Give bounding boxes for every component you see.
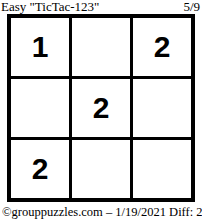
cell-r1c3[interactable]: 2: [133, 18, 191, 76]
progress-counter: 5/9: [183, 1, 200, 13]
cell-r3c3[interactable]: [133, 140, 191, 198]
cell-r2c3[interactable]: [133, 79, 191, 137]
cell-r3c2[interactable]: [72, 140, 130, 198]
cell-r3c1[interactable]: 2: [11, 140, 69, 198]
cell-r1c2[interactable]: [72, 18, 130, 76]
header: Easy "TicTac-123" 5/9: [0, 0, 202, 14]
footer: ©grouppuzzles.com – 1/19/2021 Diff: 2 / …: [0, 205, 202, 219]
puzzle-title: Easy "TicTac-123": [1, 1, 99, 13]
credit-line: ©grouppuzzles.com – 1/19/2021 Diff: 2 / …: [2, 205, 202, 219]
tictac-123-board: 1 2 2 2: [7, 14, 195, 202]
cell-r2c2[interactable]: 2: [72, 79, 130, 137]
cell-r1c1[interactable]: 1: [11, 18, 69, 76]
cell-r2c1[interactable]: [11, 79, 69, 137]
